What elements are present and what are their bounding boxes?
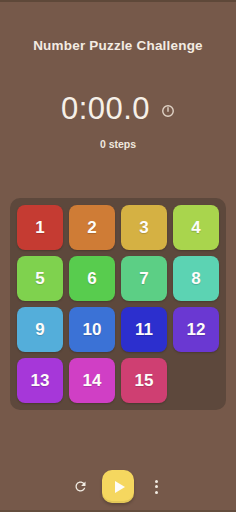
page-title: Number Puzzle Challenge: [0, 38, 236, 53]
timer-value: 0:00.0: [61, 91, 150, 127]
kebab-menu-icon: [155, 480, 158, 494]
tile-1[interactable]: 1: [17, 205, 63, 250]
restart-button[interactable]: [68, 475, 92, 499]
tile-4[interactable]: 4: [173, 205, 219, 250]
puzzle-board: 123456789101112131415: [10, 198, 226, 410]
timer-row: 0:00.0: [0, 91, 236, 127]
app-screen: Number Puzzle Challenge 0:00.0 0 steps 1…: [0, 0, 236, 512]
tile-5[interactable]: 5: [17, 256, 63, 301]
tile-14[interactable]: 14: [69, 358, 115, 403]
status-bar: [0, 0, 236, 2]
refresh-icon: [73, 479, 88, 494]
tile-10[interactable]: 10: [69, 307, 115, 352]
menu-button[interactable]: [144, 475, 168, 499]
tile-13[interactable]: 13: [17, 358, 63, 403]
play-icon: [115, 481, 125, 493]
empty-cell: [173, 358, 219, 403]
tile-6[interactable]: 6: [69, 256, 115, 301]
tile-7[interactable]: 7: [121, 256, 167, 301]
tile-8[interactable]: 8: [173, 256, 219, 301]
tile-9[interactable]: 9: [17, 307, 63, 352]
tile-11[interactable]: 11: [121, 307, 167, 352]
controls-bar: [0, 470, 236, 503]
tile-15[interactable]: 15: [121, 358, 167, 403]
tile-2[interactable]: 2: [69, 205, 115, 250]
tile-12[interactable]: 12: [173, 307, 219, 352]
tile-3[interactable]: 3: [121, 205, 167, 250]
play-button[interactable]: [102, 470, 134, 503]
steps-counter: 0 steps: [0, 138, 236, 150]
clock-icon: [161, 104, 175, 118]
